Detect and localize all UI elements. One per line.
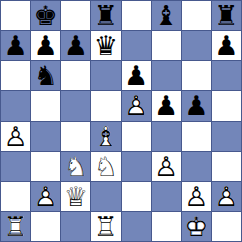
square-b6[interactable]: ♞: [31, 61, 60, 90]
black-pawn-piece: ♟: [1, 31, 30, 60]
square-h4[interactable]: [212, 122, 241, 151]
square-c7[interactable]: ♟: [61, 31, 90, 60]
square-c5[interactable]: [61, 91, 90, 120]
square-b8[interactable]: ♚: [31, 1, 60, 30]
square-d7[interactable]: ♛: [91, 31, 120, 60]
white-rook-piece: ♜♖: [91, 212, 120, 241]
square-e6[interactable]: ♟: [122, 61, 151, 90]
square-a6[interactable]: [1, 61, 30, 90]
chess-board: ♚♜♝♜♟♟♟♛♟♞♟♟♙♟♟♟♙♝♗♞♘♞♘♟♙♟♙♛♕♟♙♟♙♜♖♜♖♚♔: [0, 0, 242, 242]
white-piece-outline: ♔: [182, 212, 211, 241]
square-h7[interactable]: ♟: [212, 31, 241, 60]
white-knight-piece: ♞♘: [61, 152, 90, 181]
square-g8[interactable]: [182, 1, 211, 30]
white-piece-outline: ♙: [212, 182, 241, 211]
white-piece-outline: ♕: [61, 182, 90, 211]
black-piece-glyph: ♚: [31, 1, 60, 30]
black-pawn-piece: ♟: [212, 31, 241, 60]
white-piece-outline: ♙: [31, 182, 60, 211]
white-piece-outline: ♗: [91, 122, 120, 151]
black-piece-glyph: ♝: [152, 1, 181, 30]
white-piece-outline: ♖: [1, 212, 30, 241]
square-g5[interactable]: ♟: [182, 91, 211, 120]
black-bishop-piece: ♝: [152, 1, 181, 30]
square-g6[interactable]: [182, 61, 211, 90]
square-d2[interactable]: [91, 182, 120, 211]
white-piece-outline: ♘: [91, 152, 120, 181]
square-h3[interactable]: [212, 152, 241, 181]
square-f8[interactable]: ♝: [152, 1, 181, 30]
square-c3[interactable]: ♞♘: [61, 152, 90, 181]
white-pawn-piece: ♟♙: [152, 152, 181, 181]
square-h8[interactable]: ♜: [212, 1, 241, 30]
square-e5[interactable]: ♟♙: [122, 91, 151, 120]
square-e1[interactable]: [122, 212, 151, 241]
square-c2[interactable]: ♛♕: [61, 182, 90, 211]
square-f6[interactable]: [152, 61, 181, 90]
square-g3[interactable]: [182, 152, 211, 181]
square-b3[interactable]: [31, 152, 60, 181]
square-d5[interactable]: [91, 91, 120, 120]
black-pawn-piece: ♟: [31, 31, 60, 60]
square-f7[interactable]: [152, 31, 181, 60]
square-g2[interactable]: ♟♙: [182, 182, 211, 211]
square-d4[interactable]: ♝♗: [91, 122, 120, 151]
square-g7[interactable]: [182, 31, 211, 60]
square-b1[interactable]: [31, 212, 60, 241]
white-piece-outline: ♙: [152, 152, 181, 181]
black-pawn-piece: ♟: [61, 31, 90, 60]
white-king-piece: ♚♔: [182, 212, 211, 241]
square-b4[interactable]: [31, 122, 60, 151]
square-d1[interactable]: ♜♖: [91, 212, 120, 241]
square-h5[interactable]: [212, 91, 241, 120]
white-rook-piece: ♜♖: [1, 212, 30, 241]
square-e2[interactable]: [122, 182, 151, 211]
black-piece-glyph: ♜: [91, 1, 120, 30]
square-f4[interactable]: [152, 122, 181, 151]
black-king-piece: ♚: [31, 1, 60, 30]
black-piece-glyph: ♟: [212, 31, 241, 60]
square-c1[interactable]: [61, 212, 90, 241]
square-b5[interactable]: [31, 91, 60, 120]
square-e4[interactable]: [122, 122, 151, 151]
square-f1[interactable]: [152, 212, 181, 241]
black-piece-glyph: ♜: [212, 1, 241, 30]
square-a7[interactable]: ♟: [1, 31, 30, 60]
black-piece-glyph: ♟: [61, 31, 90, 60]
black-piece-glyph: ♟: [152, 91, 181, 120]
square-h1[interactable]: [212, 212, 241, 241]
white-bishop-piece: ♝♗: [91, 122, 120, 151]
square-e7[interactable]: [122, 31, 151, 60]
black-rook-piece: ♜: [91, 1, 120, 30]
white-piece-outline: ♘: [61, 152, 90, 181]
black-queen-piece: ♛: [91, 31, 120, 60]
square-a3[interactable]: [1, 152, 30, 181]
square-b7[interactable]: ♟: [31, 31, 60, 60]
white-pawn-piece: ♟♙: [31, 182, 60, 211]
black-piece-glyph: ♞: [31, 61, 60, 90]
square-c6[interactable]: [61, 61, 90, 90]
square-g4[interactable]: [182, 122, 211, 151]
square-a1[interactable]: ♜♖: [1, 212, 30, 241]
black-piece-glyph: ♟: [1, 31, 30, 60]
black-pawn-piece: ♟: [152, 91, 181, 120]
white-pawn-piece: ♟♙: [212, 182, 241, 211]
square-d8[interactable]: ♜: [91, 1, 120, 30]
square-f3[interactable]: ♟♙: [152, 152, 181, 181]
square-d6[interactable]: [91, 61, 120, 90]
square-f2[interactable]: [152, 182, 181, 211]
square-a2[interactable]: [1, 182, 30, 211]
white-queen-piece: ♛♕: [61, 182, 90, 211]
black-piece-glyph: ♛: [91, 31, 120, 60]
square-f5[interactable]: ♟: [152, 91, 181, 120]
white-piece-outline: ♙: [182, 182, 211, 211]
square-a4[interactable]: ♟♙: [1, 122, 30, 151]
white-pawn-piece: ♟♙: [1, 122, 30, 151]
black-rook-piece: ♜: [212, 1, 241, 30]
square-g1[interactable]: ♚♔: [182, 212, 211, 241]
square-d3[interactable]: ♞♘: [91, 152, 120, 181]
white-knight-piece: ♞♘: [91, 152, 120, 181]
black-knight-piece: ♞: [31, 61, 60, 90]
square-e8[interactable]: [122, 1, 151, 30]
black-pawn-piece: ♟: [122, 61, 151, 90]
square-h2[interactable]: ♟♙: [212, 182, 241, 211]
black-piece-glyph: ♟: [182, 91, 211, 120]
square-e3[interactable]: [122, 152, 151, 181]
white-piece-outline: ♙: [1, 122, 30, 151]
white-piece-outline: ♙: [122, 91, 151, 120]
black-pawn-piece: ♟: [182, 91, 211, 120]
square-c8[interactable]: [61, 1, 90, 30]
square-h6[interactable]: [212, 61, 241, 90]
white-piece-outline: ♖: [91, 212, 120, 241]
square-a5[interactable]: [1, 91, 30, 120]
white-pawn-piece: ♟♙: [182, 182, 211, 211]
square-b2[interactable]: ♟♙: [31, 182, 60, 211]
square-c4[interactable]: [61, 122, 90, 151]
square-a8[interactable]: [1, 1, 30, 30]
black-piece-glyph: ♟: [122, 61, 151, 90]
white-pawn-piece: ♟♙: [122, 91, 151, 120]
black-piece-glyph: ♟: [31, 31, 60, 60]
